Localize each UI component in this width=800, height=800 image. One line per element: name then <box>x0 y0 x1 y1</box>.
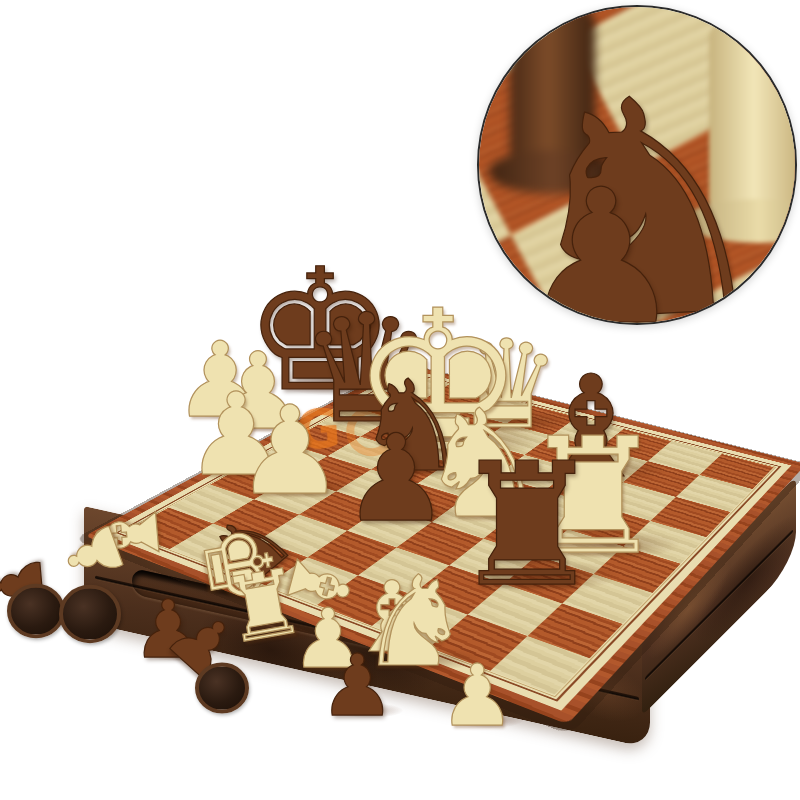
piece-dark-pawn-c3[interactable]: ♟ <box>336 419 456 539</box>
fallen-piece-felt-base <box>7 584 65 639</box>
scattered-piece-light-pawn: ♟ <box>435 653 520 738</box>
inset-dark-pawn: ♟ <box>508 165 694 325</box>
fallen-piece-felt-base <box>195 663 249 714</box>
fallen-piece-felt-base <box>59 585 121 643</box>
scattered-piece-dark-pawn: ♟ <box>315 643 400 728</box>
product-photo-scene: G ♞♟ ♟♟♟♟♚♛♚♛♞♟♞♝♜♜ ♟♟♝♞♚♜♝♟♟♟♟♝♞♟ <box>0 0 800 800</box>
zoom-inset: ♞♟ <box>477 5 797 325</box>
